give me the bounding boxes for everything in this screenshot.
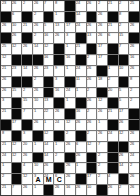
letter-cell-r14c10[interactable]: 7 bbox=[97, 142, 107, 152]
letter-cell-r10c4[interactable]: 10 bbox=[33, 98, 43, 108]
letter-cell-r8c6[interactable]: 3 bbox=[54, 77, 64, 87]
black-cell-r18c10 bbox=[97, 185, 107, 195]
letter-cell-r8c11[interactable]: 2 bbox=[108, 77, 118, 87]
letter-cell-r7c12[interactable]: 10 bbox=[119, 66, 129, 76]
letter-cell-r1c9[interactable]: 26 bbox=[87, 1, 97, 11]
cell-code-number: 24 bbox=[2, 153, 6, 157]
letter-cell-r18c8[interactable]: 26 bbox=[76, 185, 86, 195]
black-cell-r4c1 bbox=[1, 33, 11, 43]
black-cell-r14c12 bbox=[119, 142, 129, 152]
letter-cell-r15c3[interactable]: 26 bbox=[22, 153, 32, 163]
cell-code-number: 2 bbox=[2, 174, 4, 178]
letter-cell-r5c10[interactable]: 17 bbox=[97, 44, 107, 54]
letter-cell-r7c4[interactable]: 26 bbox=[33, 66, 43, 76]
cell-code-number: 3 bbox=[66, 33, 68, 37]
black-cell-r8c7 bbox=[65, 77, 75, 87]
letter-cell-r10c10[interactable]: 12 bbox=[97, 98, 107, 108]
letter-cell-r10c3[interactable]: 15 bbox=[22, 98, 32, 108]
letter-cell-r2c8[interactable]: 14 bbox=[76, 12, 86, 22]
letter-cell-r9c13[interactable]: 2 bbox=[129, 88, 139, 98]
letter-cell-r6c9[interactable]: 2 bbox=[87, 55, 97, 65]
black-cell-r11c13 bbox=[129, 109, 139, 119]
letter-cell-r1c2[interactable]: 26 bbox=[12, 1, 22, 11]
letter-cell-r11c4[interactable]: 1 bbox=[33, 109, 43, 119]
cell-code-number: 2 bbox=[55, 153, 57, 157]
letter-cell-r17c11[interactable]: 4 bbox=[108, 174, 118, 184]
cell-code-number: 23 bbox=[12, 66, 16, 70]
letter-cell-r7c5[interactable]: 23 bbox=[44, 66, 54, 76]
cell-code-number: 12 bbox=[2, 55, 6, 59]
letter-cell-r16c8[interactable]: 1 bbox=[76, 163, 86, 173]
black-cell-r16c2 bbox=[12, 163, 22, 173]
letter-cell-r9c7[interactable]: 24 bbox=[65, 88, 75, 98]
letter-cell-r14c13[interactable]: 26 bbox=[129, 142, 139, 152]
given-letter: M bbox=[44, 176, 54, 184]
cell-code-number: 25 bbox=[2, 44, 6, 48]
letter-cell-r5c7[interactable]: 1 bbox=[65, 44, 75, 54]
black-cell-r10c8 bbox=[76, 98, 86, 108]
letter-cell-r8c13[interactable]: 8 bbox=[129, 77, 139, 87]
cell-code-number: 12 bbox=[44, 44, 48, 48]
letter-cell-r11c1[interactable]: 21 bbox=[1, 109, 11, 119]
letter-cell-r4c10[interactable]: 26 bbox=[97, 33, 107, 43]
cell-code-number: 9 bbox=[55, 66, 57, 70]
black-cell-r16c9 bbox=[87, 163, 97, 173]
letter-cell-r17c13[interactable]: 26 bbox=[129, 174, 139, 184]
letter-cell-r15c2[interactable]: 12 bbox=[12, 153, 22, 163]
cell-code-number: 26 bbox=[34, 23, 38, 27]
letter-cell-r12c7[interactable]: 12 bbox=[65, 120, 75, 130]
letter-cell-r8c1[interactable]: 26 bbox=[1, 77, 11, 87]
cell-code-number: 8 bbox=[55, 1, 57, 5]
letter-cell-r16c4[interactable]: 10 bbox=[33, 163, 43, 173]
letter-cell-r11c10[interactable]: 26 bbox=[97, 109, 107, 119]
letter-cell-r7c9[interactable]: 26 bbox=[87, 66, 97, 76]
cell-code-number: 15 bbox=[12, 88, 16, 92]
cell-code-number: 26 bbox=[76, 120, 80, 124]
letter-cell-r11c9[interactable]: 2 bbox=[87, 109, 97, 119]
letter-cell-r18c13[interactable]: 26 bbox=[129, 185, 139, 195]
letter-cell-r8c8[interactable]: 11 bbox=[76, 77, 86, 87]
letter-cell-r17c3[interactable]: 12 bbox=[22, 174, 32, 184]
letter-cell-r15c1[interactable]: 24 bbox=[1, 153, 11, 163]
letter-cell-r17c6[interactable]: 6C bbox=[54, 174, 64, 184]
letter-cell-r8c9[interactable]: 26 bbox=[87, 77, 97, 87]
cell-code-number: 26 bbox=[2, 88, 6, 92]
cell-code-number: 10 bbox=[87, 185, 91, 189]
letter-cell-r7c6[interactable]: 9 bbox=[54, 66, 64, 76]
letter-cell-r17c4[interactable]: 3A bbox=[33, 174, 43, 184]
cell-code-number: 2 bbox=[130, 88, 132, 92]
cell-code-number: 15 bbox=[119, 33, 123, 37]
black-cell-r6c11 bbox=[108, 55, 118, 65]
letter-cell-r12c12[interactable]: 26 bbox=[119, 120, 129, 130]
cell-code-number: 1 bbox=[76, 163, 78, 167]
black-cell-r16c6 bbox=[54, 163, 64, 173]
codeword-board: 2326226782426221225621142682610212651317… bbox=[0, 0, 140, 196]
letter-cell-r16c10[interactable]: 2 bbox=[97, 163, 107, 173]
cell-code-number: 24 bbox=[108, 131, 112, 135]
letter-cell-r14c2[interactable]: 12 bbox=[12, 142, 22, 152]
cell-code-number: 26 bbox=[130, 131, 134, 135]
letter-cell-r10c5[interactable]: 13 bbox=[44, 98, 54, 108]
letter-cell-r9c1[interactable]: 26 bbox=[1, 88, 11, 98]
letter-cell-r4c4[interactable]: 2 bbox=[33, 33, 43, 43]
letter-cell-r17c7[interactable]: 26 bbox=[65, 174, 75, 184]
letter-cell-r5c13[interactable]: 26 bbox=[129, 44, 139, 54]
cell-code-number: 5 bbox=[44, 23, 46, 27]
letter-cell-r10c12[interactable]: 5 bbox=[119, 98, 129, 108]
cell-code-number: 14 bbox=[44, 142, 48, 146]
cell-code-number: 15 bbox=[23, 98, 27, 102]
letter-cell-r1c3[interactable]: 2 bbox=[22, 1, 32, 11]
cell-code-number: 12 bbox=[12, 142, 16, 146]
cell-code-number: 2 bbox=[87, 131, 89, 135]
letter-cell-r18c12[interactable]: 2 bbox=[119, 185, 129, 195]
black-cell-r2c11 bbox=[108, 12, 118, 22]
cell-code-number: 21 bbox=[108, 109, 112, 113]
letter-cell-r12c4[interactable]: 26 bbox=[33, 120, 43, 130]
letter-cell-r1c6[interactable]: 8 bbox=[54, 1, 64, 11]
cell-code-number: 23 bbox=[2, 1, 6, 5]
letter-cell-r5c5[interactable]: 12 bbox=[44, 44, 54, 54]
letter-cell-r3c12[interactable]: 2 bbox=[119, 23, 129, 33]
letter-cell-r16c5[interactable]: 26 bbox=[44, 163, 54, 173]
cell-code-number: 26 bbox=[98, 23, 102, 27]
letter-cell-r13c11[interactable]: 24 bbox=[108, 131, 118, 141]
cell-code-number: 26 bbox=[66, 163, 70, 167]
letter-cell-r15c12[interactable]: 26 bbox=[119, 153, 129, 163]
letter-cell-r16c1[interactable]: 1 bbox=[1, 163, 11, 173]
letter-cell-r3c1[interactable]: 26 bbox=[1, 23, 11, 33]
letter-cell-r7c7[interactable]: 1 bbox=[65, 66, 75, 76]
given-letter: A bbox=[33, 176, 43, 184]
letter-cell-r4c11[interactable]: 6 bbox=[108, 33, 118, 43]
letter-cell-r7c13[interactable]: 26 bbox=[129, 66, 139, 76]
black-cell-r5c6 bbox=[54, 44, 64, 54]
cell-code-number: 18 bbox=[98, 77, 102, 81]
black-cell-r13c6 bbox=[54, 131, 64, 141]
black-cell-r4c8 bbox=[76, 33, 86, 43]
cell-code-number: 16 bbox=[66, 55, 70, 59]
letter-cell-r10c1[interactable]: 3 bbox=[1, 98, 11, 108]
letter-cell-r15c13[interactable]: 24 bbox=[129, 153, 139, 163]
black-cell-r2c3 bbox=[22, 12, 32, 22]
black-cell-r8c2 bbox=[12, 77, 22, 87]
cell-code-number: 26 bbox=[34, 88, 38, 92]
cell-code-number: 2 bbox=[66, 131, 68, 135]
letter-cell-r12c10[interactable]: 1 bbox=[97, 120, 107, 130]
cell-code-number: 26 bbox=[87, 66, 91, 70]
cell-code-number: 5 bbox=[119, 98, 121, 102]
letter-cell-r3c7[interactable]: 17 bbox=[65, 23, 75, 33]
cell-code-number: 11 bbox=[76, 77, 80, 81]
cell-code-number: 12 bbox=[66, 120, 70, 124]
letter-cell-r18c1[interactable]: 21 bbox=[1, 185, 11, 195]
letter-cell-r1c13[interactable]: 25 bbox=[129, 1, 139, 11]
letter-cell-r11c12[interactable]: 17 bbox=[119, 109, 129, 119]
cell-code-number: 7 bbox=[12, 185, 14, 189]
letter-cell-r13c9[interactable]: 2 bbox=[87, 131, 97, 141]
letter-cell-r7c3[interactable]: 14 bbox=[22, 66, 32, 76]
black-cell-r4c3 bbox=[22, 33, 32, 43]
letter-cell-r13c12[interactable]: 12 bbox=[119, 131, 129, 141]
cell-code-number: 26 bbox=[12, 1, 16, 5]
cell-code-number: 13 bbox=[55, 23, 59, 27]
cell-code-number: 25 bbox=[130, 1, 134, 5]
letter-cell-r14c9[interactable]: 12 bbox=[87, 142, 97, 152]
cell-code-number: 12 bbox=[23, 174, 27, 178]
cell-code-number: 26 bbox=[98, 109, 102, 113]
letter-cell-r9c8[interactable]: 1 bbox=[76, 88, 86, 98]
letter-cell-r2c2[interactable]: 6 bbox=[12, 12, 22, 22]
cell-code-number: 1 bbox=[55, 12, 57, 16]
black-cell-r15c11 bbox=[108, 153, 118, 163]
cell-code-number: 26 bbox=[87, 23, 91, 27]
letter-cell-r2c12[interactable]: 8 bbox=[119, 12, 129, 22]
cell-code-number: 17 bbox=[87, 174, 91, 178]
letter-cell-r13c7[interactable]: 2 bbox=[65, 131, 75, 141]
letter-cell-r18c4[interactable]: 1 bbox=[33, 185, 43, 195]
black-cell-r6c2 bbox=[12, 55, 22, 65]
letter-cell-r5c1[interactable]: 25 bbox=[1, 44, 11, 54]
cell-code-number: 2 bbox=[130, 163, 132, 167]
letter-cell-r3c8[interactable]: 24 bbox=[76, 23, 86, 33]
letter-cell-r7c1[interactable]: 21 bbox=[1, 66, 11, 76]
cell-code-number: 7 bbox=[98, 142, 100, 146]
cell-code-number: 26 bbox=[108, 185, 112, 189]
letter-cell-r2c10[interactable]: 26 bbox=[97, 12, 107, 22]
letter-cell-r6c10[interactable]: 17 bbox=[97, 55, 107, 65]
cell-code-number: 2 bbox=[87, 88, 89, 92]
letter-cell-r14c5[interactable]: 14 bbox=[44, 142, 54, 152]
cell-code-number: 2 bbox=[23, 1, 25, 5]
letter-cell-r11c11[interactable]: 21 bbox=[108, 109, 118, 119]
cell-code-number: 4 bbox=[108, 174, 110, 178]
letter-cell-r13c13[interactable]: 26 bbox=[129, 131, 139, 141]
cell-code-number: 26 bbox=[76, 153, 80, 157]
cell-code-number: 2 bbox=[87, 55, 89, 59]
letter-cell-r6c13[interactable]: 16 bbox=[129, 55, 139, 65]
letter-cell-r11c3[interactable]: 7 bbox=[22, 109, 32, 119]
letter-cell-r5c12[interactable]: 7 bbox=[119, 44, 129, 54]
letter-cell-r7c2[interactable]: 23 bbox=[12, 66, 22, 76]
cell-code-number: 17 bbox=[98, 44, 102, 48]
cell-code-number: 13 bbox=[87, 33, 91, 37]
letter-cell-r12c2[interactable]: 17 bbox=[12, 120, 22, 130]
letter-cell-r16c7[interactable]: 26 bbox=[65, 163, 75, 173]
cell-code-number: 12 bbox=[12, 44, 16, 48]
cell-code-number: 26 bbox=[76, 185, 80, 189]
letter-cell-r13c1[interactable]: 8 bbox=[1, 131, 11, 141]
cell-code-number: 24 bbox=[130, 153, 134, 157]
black-cell-r12c11 bbox=[108, 120, 118, 130]
letter-cell-r1c5[interactable]: 7 bbox=[44, 1, 54, 11]
cell-code-number: 12 bbox=[119, 131, 123, 135]
letter-cell-r4c7[interactable]: 3 bbox=[65, 33, 75, 43]
letter-cell-r18c11[interactable]: 26 bbox=[108, 185, 118, 195]
letter-cell-r18c7[interactable]: 16 bbox=[65, 185, 75, 195]
black-cell-r14c11 bbox=[108, 142, 118, 152]
letter-cell-r15c10[interactable]: 2 bbox=[97, 153, 107, 163]
cell-code-number: 26 bbox=[55, 33, 59, 37]
letter-cell-r13c5[interactable]: 12 bbox=[44, 131, 54, 141]
letter-cell-r14c4[interactable]: 1 bbox=[33, 142, 43, 152]
letter-cell-r3c10[interactable]: 26 bbox=[97, 23, 107, 33]
cell-code-number: 12 bbox=[44, 131, 48, 135]
letter-cell-r14c1[interactable]: 21 bbox=[1, 142, 11, 152]
cell-code-number: 26 bbox=[130, 142, 134, 146]
cell-code-number: 1 bbox=[98, 120, 100, 124]
cell-code-number: 1 bbox=[34, 109, 36, 113]
letter-cell-r3c4[interactable]: 26 bbox=[33, 23, 43, 33]
letter-cell-r7c8[interactable]: 24 bbox=[76, 66, 86, 76]
letter-cell-r17c5[interactable]: 24M bbox=[44, 174, 54, 184]
letter-cell-r10c13[interactable]: 2 bbox=[129, 98, 139, 108]
letter-cell-r10c7[interactable]: 1 bbox=[65, 98, 75, 108]
cell-code-number: 21 bbox=[108, 23, 112, 27]
letter-cell-r18c3[interactable]: 26 bbox=[22, 185, 32, 195]
letter-cell-r9c9[interactable]: 2 bbox=[87, 88, 97, 98]
cell-code-number: 22 bbox=[44, 109, 48, 113]
cell-code-number: 8 bbox=[119, 12, 121, 16]
cell-code-number: 2 bbox=[23, 88, 25, 92]
black-cell-r4c13 bbox=[129, 33, 139, 43]
cell-code-number: 16 bbox=[76, 109, 80, 113]
black-cell-r12c3 bbox=[22, 120, 32, 130]
letter-cell-r3c11[interactable]: 21 bbox=[108, 23, 118, 33]
letter-cell-r9c4[interactable]: 26 bbox=[33, 88, 43, 98]
letter-cell-r3c6[interactable]: 13 bbox=[54, 23, 64, 33]
black-cell-r5c11 bbox=[108, 44, 118, 54]
letter-cell-r3c9[interactable]: 26 bbox=[87, 23, 97, 33]
cell-code-number: 23 bbox=[44, 66, 48, 70]
letter-cell-r17c1[interactable]: 2 bbox=[1, 174, 11, 184]
letter-cell-r3c2[interactable]: 10 bbox=[12, 23, 22, 33]
letter-cell-r15c8[interactable]: 26 bbox=[76, 153, 86, 163]
black-cell-r6c12 bbox=[119, 55, 129, 65]
letter-cell-r12c9[interactable]: 26 bbox=[87, 120, 97, 130]
cell-code-number: 2 bbox=[34, 33, 36, 37]
cell-code-number: 20 bbox=[108, 88, 112, 92]
letter-cell-r17c9[interactable]: 17 bbox=[87, 174, 97, 184]
letter-cell-r5c8[interactable]: 21 bbox=[76, 44, 86, 54]
letter-cell-r10c9[interactable]: 26 bbox=[87, 98, 97, 108]
cell-code-number: 16 bbox=[66, 185, 70, 189]
cell-code-number: 20 bbox=[23, 142, 27, 146]
letter-cell-r4c12[interactable]: 15 bbox=[119, 33, 129, 43]
black-cell-r6c6 bbox=[54, 55, 64, 65]
letter-cell-r2c6[interactable]: 1 bbox=[54, 12, 64, 22]
letter-cell-r18c6[interactable]: 26 bbox=[54, 185, 64, 195]
letter-cell-r7c11[interactable]: 1 bbox=[108, 66, 118, 76]
letter-cell-r9c2[interactable]: 15 bbox=[12, 88, 22, 98]
letter-cell-r11c6[interactable]: 26 bbox=[54, 109, 64, 119]
letter-cell-r5c2[interactable]: 12 bbox=[12, 44, 22, 54]
letter-cell-r13c3[interactable]: 3 bbox=[22, 131, 32, 141]
letter-cell-r4c5[interactable]: 16 bbox=[44, 33, 54, 43]
letter-cell-r8c4[interactable]: 2 bbox=[33, 77, 43, 87]
cell-code-number: 26 bbox=[23, 153, 27, 157]
cell-code-number: 26 bbox=[34, 120, 38, 124]
letter-cell-r14c6[interactable]: 1 bbox=[54, 142, 64, 152]
letter-cell-r15c6[interactable]: 2 bbox=[54, 153, 64, 163]
letter-cell-r6c1[interactable]: 12 bbox=[1, 55, 11, 65]
cell-code-number: 14 bbox=[34, 44, 38, 48]
letter-cell-r1c4[interactable]: 26 bbox=[33, 1, 43, 11]
letter-cell-r9c11[interactable]: 20 bbox=[108, 88, 118, 98]
black-cell-r10c2 bbox=[12, 98, 22, 108]
letter-cell-r14c8[interactable]: 6 bbox=[76, 142, 86, 152]
letter-cell-r16c13[interactable]: 2 bbox=[129, 163, 139, 173]
letter-cell-r1c12[interactable]: 2 bbox=[119, 1, 129, 11]
cell-code-number: 16 bbox=[130, 55, 134, 59]
letter-cell-r18c9[interactable]: 10 bbox=[87, 185, 97, 195]
letter-cell-r12c5[interactable]: 1 bbox=[44, 120, 54, 130]
letter-cell-r6c5[interactable]: 16 bbox=[44, 55, 54, 65]
letter-cell-r1c1[interactable]: 23 bbox=[1, 1, 11, 11]
letter-cell-r3c5[interactable]: 5 bbox=[44, 23, 54, 33]
letter-cell-r11c5[interactable]: 22 bbox=[44, 109, 54, 119]
cell-code-number: 14 bbox=[76, 12, 80, 16]
cell-code-number: 10 bbox=[34, 98, 38, 102]
black-cell-r11c7 bbox=[65, 109, 75, 119]
letter-cell-r8c10[interactable]: 18 bbox=[97, 77, 107, 87]
letter-cell-r11c8[interactable]: 16 bbox=[76, 109, 86, 119]
letter-cell-r14c7[interactable]: 26 bbox=[65, 142, 75, 152]
cell-code-number: 26 bbox=[130, 44, 134, 48]
letter-cell-r5c3[interactable]: 26 bbox=[22, 44, 32, 54]
letter-cell-r4c6[interactable]: 26 bbox=[54, 33, 64, 43]
letter-cell-r4c2[interactable]: 26 bbox=[12, 33, 22, 43]
letter-cell-r5c4[interactable]: 14 bbox=[33, 44, 43, 54]
letter-cell-r12c8[interactable]: 26 bbox=[76, 120, 86, 130]
letter-cell-r3c3[interactable]: 21 bbox=[22, 23, 32, 33]
black-cell-r5c9 bbox=[87, 44, 97, 54]
letter-cell-r13c10[interactable]: 26 bbox=[97, 131, 107, 141]
cell-code-number: 21 bbox=[2, 66, 6, 70]
letter-cell-r9c3[interactable]: 2 bbox=[22, 88, 32, 98]
letter-cell-r1c11[interactable]: 21 bbox=[108, 1, 118, 11]
cell-code-number: 21 bbox=[2, 185, 6, 189]
letter-cell-r1c10[interactable]: 2 bbox=[97, 1, 107, 11]
letter-cell-r1c8[interactable]: 24 bbox=[76, 1, 86, 11]
letter-cell-r16c12[interactable]: 14 bbox=[119, 163, 129, 173]
letter-cell-r12c6[interactable]: 24 bbox=[54, 120, 64, 130]
letter-cell-r14c3[interactable]: 20 bbox=[22, 142, 32, 152]
cell-code-number: 26 bbox=[87, 77, 91, 81]
letter-cell-r9c12[interactable]: 5 bbox=[119, 88, 129, 98]
letter-cell-r9c6[interactable]: 16 bbox=[54, 88, 64, 98]
letter-cell-r17c10[interactable]: 2 bbox=[97, 174, 107, 184]
cell-code-number: 26 bbox=[98, 131, 102, 135]
cell-code-number: 26 bbox=[23, 44, 27, 48]
letter-cell-r4c9[interactable]: 13 bbox=[87, 33, 97, 43]
letter-cell-r18c2[interactable]: 7 bbox=[12, 185, 22, 195]
letter-cell-r16c3[interactable]: 4 bbox=[22, 163, 32, 173]
black-cell-r12c1 bbox=[1, 120, 11, 130]
cell-code-number: 10 bbox=[12, 23, 16, 27]
letter-cell-r15c5[interactable]: 14 bbox=[44, 153, 54, 163]
letter-cell-r3c13[interactable]: 26 bbox=[129, 23, 139, 33]
black-cell-r17c2 bbox=[12, 174, 22, 184]
cell-code-number: 12 bbox=[12, 153, 16, 157]
cell-code-number: 26 bbox=[23, 185, 27, 189]
letter-cell-r6c7[interactable]: 16 bbox=[65, 55, 75, 65]
letter-cell-r2c4[interactable]: 2 bbox=[33, 12, 43, 22]
cell-code-number: 1 bbox=[66, 44, 68, 48]
cell-code-number: 26 bbox=[12, 33, 16, 37]
